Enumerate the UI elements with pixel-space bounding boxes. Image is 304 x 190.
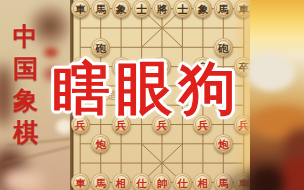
channel-label-char: 国: [13, 56, 38, 81]
piece-glyph: 仕: [177, 178, 188, 189]
piece-red-帥[interactable]: 帥: [152, 173, 171, 190]
piece-glyph: 兵: [157, 120, 168, 131]
piece-red-仕[interactable]: 仕: [173, 173, 192, 190]
piece-glyph: 兵: [116, 120, 127, 131]
video-thumbnail: 楚河 漢界 車馬象士將士象馬車砲砲卒卒卒卒卒兵兵兵兵兵炮炮車馬相仕帥仕相馬車 中…: [0, 0, 304, 190]
piece-glyph: 象: [198, 4, 209, 15]
piece-black-砲[interactable]: 砲: [91, 38, 110, 57]
channel-label-char: 棋: [13, 120, 38, 145]
piece-glyph: 象: [116, 4, 127, 15]
piece-glyph: 砲: [218, 42, 229, 53]
piece-glyph: 兵: [75, 120, 86, 131]
piece-glyph: 相: [116, 178, 127, 189]
piece-black-車[interactable]: 車: [71, 0, 90, 18]
piece-glyph: 炮: [95, 139, 106, 150]
piece-glyph: 帥: [157, 178, 168, 189]
channel-label-char: 象: [13, 88, 38, 113]
piece-glyph: 士: [136, 4, 147, 15]
piece-glyph: 車: [75, 4, 86, 15]
piece-glyph: 炮: [218, 139, 229, 150]
piece-red-相[interactable]: 相: [112, 173, 131, 190]
piece-red-仕[interactable]: 仕: [132, 173, 151, 190]
piece-black-馬[interactable]: 馬: [214, 0, 233, 18]
piece-red-相[interactable]: 相: [193, 173, 212, 190]
piece-glyph: 仕: [136, 178, 147, 189]
piece-red-炮[interactable]: 炮: [91, 134, 110, 153]
background-cup-blob: [247, 55, 295, 91]
piece-glyph: 車: [75, 178, 86, 189]
piece-black-馬[interactable]: 馬: [91, 0, 110, 18]
piece-black-象[interactable]: 象: [112, 0, 131, 18]
channel-label-vertical: 中国象棋: [13, 24, 38, 145]
piece-red-馬[interactable]: 馬: [91, 173, 110, 190]
piece-glyph: 兵: [198, 120, 209, 131]
piece-black-砲[interactable]: 砲: [214, 38, 233, 57]
piece-glyph: 馬: [95, 4, 106, 15]
piece-glyph: 馬: [95, 178, 106, 189]
piece-black-將[interactable]: 將: [152, 0, 171, 18]
piece-black-士[interactable]: 士: [132, 0, 151, 18]
channel-label-char: 中: [13, 24, 38, 49]
piece-black-象[interactable]: 象: [193, 0, 212, 18]
piece-black-士[interactable]: 士: [173, 0, 192, 18]
piece-glyph: 馬: [218, 4, 229, 15]
background-light-blob: [2, 168, 44, 190]
piece-red-炮[interactable]: 炮: [214, 134, 233, 153]
piece-glyph: 相: [198, 178, 209, 189]
piece-glyph: 士: [177, 4, 188, 15]
piece-glyph: 將: [157, 4, 168, 15]
title-text: 瞎眼狗: [53, 60, 242, 117]
piece-red-車[interactable]: 車: [71, 173, 90, 190]
piece-glyph: 砲: [95, 42, 106, 53]
